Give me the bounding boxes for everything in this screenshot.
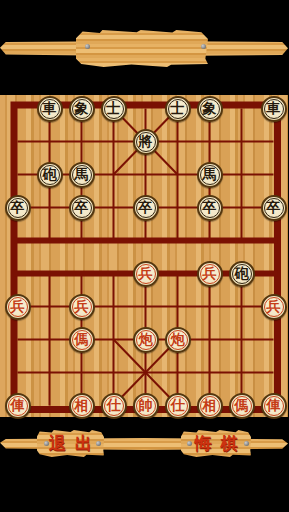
piece-black-chariot[interactable]: 車 — [261, 96, 287, 122]
piece-black-elephant[interactable]: 象 — [197, 96, 223, 122]
xiangqi-board[interactable]: 車象士士象車將砲馬馬卒卒卒卒卒兵兵砲兵兵兵傌炮炮俥相仕帥仕相傌俥 — [0, 95, 288, 417]
undo-move-button-label: 悔棋 — [186, 432, 247, 455]
piece-red-soldier[interactable]: 兵 — [261, 294, 287, 320]
piece-red-chariot[interactable]: 俥 — [5, 393, 31, 419]
piece-red-advisor[interactable]: 仕 — [101, 393, 127, 419]
piece-red-soldier[interactable]: 兵 — [133, 261, 159, 287]
app-background: 車象士士象車將砲馬馬卒卒卒卒卒兵兵砲兵兵兵傌炮炮俥相仕帥仕相傌俥 退出 悔棋 — [0, 0, 288, 512]
piece-red-soldier[interactable]: 兵 — [69, 294, 95, 320]
piece-red-elephant[interactable]: 相 — [197, 393, 223, 419]
piece-black-soldier[interactable]: 卒 — [133, 195, 159, 221]
piece-red-cannon[interactable]: 炮 — [165, 327, 191, 353]
piece-black-soldier[interactable]: 卒 — [261, 195, 287, 221]
piece-black-soldier[interactable]: 卒 — [69, 195, 95, 221]
nail-icon — [85, 44, 90, 49]
piece-red-elephant[interactable]: 相 — [69, 393, 95, 419]
piece-black-cannon[interactable]: 砲 — [229, 261, 255, 287]
nail-icon — [244, 441, 249, 446]
piece-black-advisor[interactable]: 士 — [101, 96, 127, 122]
piece-black-general[interactable]: 將 — [133, 129, 159, 155]
piece-red-chariot[interactable]: 俥 — [261, 393, 287, 419]
piece-black-elephant[interactable]: 象 — [69, 96, 95, 122]
nail-icon — [201, 44, 206, 49]
piece-black-soldier[interactable]: 卒 — [197, 195, 223, 221]
piece-black-horse[interactable]: 馬 — [69, 162, 95, 188]
nail-icon — [187, 441, 192, 446]
piece-black-cannon[interactable]: 砲 — [37, 162, 63, 188]
piece-black-soldier[interactable]: 卒 — [5, 195, 31, 221]
piece-red-horse[interactable]: 傌 — [69, 327, 95, 353]
piece-red-horse[interactable]: 傌 — [229, 393, 255, 419]
nail-icon — [44, 441, 49, 446]
piece-black-horse[interactable]: 馬 — [197, 162, 223, 188]
pieces-layer: 車象士士象車將砲馬馬卒卒卒卒卒兵兵砲兵兵兵傌炮炮俥相仕帥仕相傌俥 — [2, 92, 289, 422]
piece-red-cannon[interactable]: 炮 — [133, 327, 159, 353]
piece-red-soldier[interactable]: 兵 — [197, 261, 223, 287]
exit-button-label: 退出 — [40, 432, 101, 455]
nail-icon — [96, 441, 101, 446]
piece-black-advisor[interactable]: 士 — [165, 96, 191, 122]
title-plank — [76, 30, 208, 67]
piece-red-soldier[interactable]: 兵 — [5, 294, 31, 320]
piece-red-general[interactable]: 帥 — [133, 393, 159, 419]
piece-red-advisor[interactable]: 仕 — [165, 393, 191, 419]
piece-black-chariot[interactable]: 車 — [37, 96, 63, 122]
